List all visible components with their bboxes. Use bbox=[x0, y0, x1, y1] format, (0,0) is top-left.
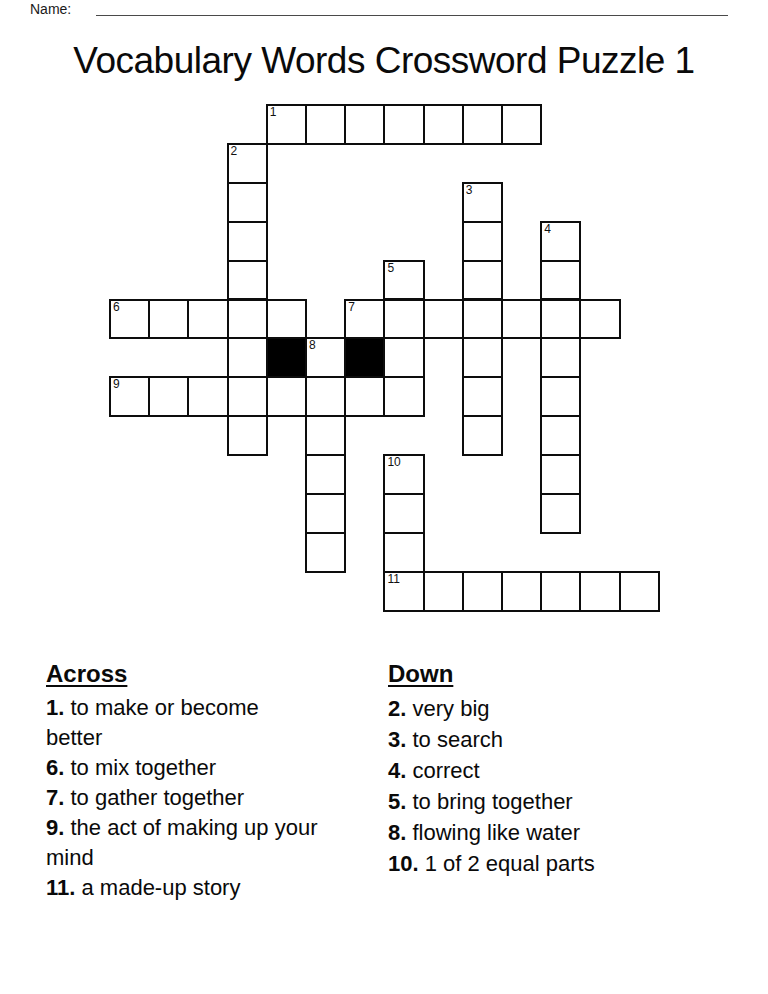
clue-item: 10. 1 of 2 equal parts bbox=[388, 848, 728, 879]
clue-item: 11. a made-up story bbox=[46, 873, 318, 903]
grid-cell[interactable] bbox=[423, 571, 464, 612]
grid-cell[interactable] bbox=[462, 376, 503, 417]
clue-item-number: 9. bbox=[46, 815, 64, 840]
clue-item: 7. to gather together bbox=[46, 783, 318, 813]
grid-cell[interactable] bbox=[501, 104, 542, 145]
grid-cell[interactable] bbox=[227, 337, 268, 378]
grid-cell[interactable] bbox=[579, 571, 620, 612]
grid-cell[interactable] bbox=[423, 299, 464, 340]
grid-cell[interactable] bbox=[540, 260, 581, 301]
grid-cell[interactable] bbox=[187, 299, 228, 340]
clue-number: 1 bbox=[270, 106, 277, 119]
grid-cell[interactable] bbox=[266, 299, 307, 340]
grid-cell[interactable] bbox=[540, 493, 581, 534]
grid-cell[interactable] bbox=[540, 415, 581, 456]
worksheet-page: Name: Vocabulary Words Crossword Puzzle … bbox=[0, 0, 768, 994]
grid-cell[interactable] bbox=[305, 532, 346, 573]
grid-cell[interactable] bbox=[540, 454, 581, 495]
black-cell bbox=[344, 337, 385, 378]
clue-item-number: 8. bbox=[388, 820, 406, 845]
clue-item: 5. to bring together bbox=[388, 786, 728, 817]
grid-cell[interactable] bbox=[227, 415, 268, 456]
grid-cell[interactable] bbox=[344, 376, 385, 417]
grid-cell[interactable] bbox=[462, 221, 503, 262]
clue-item: 1. to make or become better bbox=[46, 693, 318, 753]
grid-cell[interactable] bbox=[305, 493, 346, 534]
grid-cell[interactable] bbox=[227, 299, 268, 340]
down-heading: Down bbox=[388, 660, 728, 688]
clues-across-section: Across 1. to make or become better6. to … bbox=[46, 660, 318, 903]
clue-item-text: 1 of 2 equal parts bbox=[419, 851, 595, 876]
grid-cell[interactable] bbox=[187, 376, 228, 417]
across-clue-list: 1. to make or become better6. to mix tog… bbox=[46, 693, 318, 903]
clue-number: 8 bbox=[309, 339, 316, 352]
grid-cell[interactable] bbox=[423, 104, 464, 145]
grid-cell[interactable]: 2 bbox=[227, 143, 268, 184]
clue-item: 8. flowing like water bbox=[388, 817, 728, 848]
grid-cell[interactable] bbox=[305, 104, 346, 145]
clue-item: 6. to mix together bbox=[46, 753, 318, 783]
grid-cell[interactable] bbox=[383, 493, 424, 534]
clue-item-text: to bring together bbox=[406, 789, 572, 814]
grid-cell[interactable] bbox=[305, 376, 346, 417]
grid-cell[interactable] bbox=[148, 376, 189, 417]
grid-cell[interactable] bbox=[227, 260, 268, 301]
grid-cell[interactable] bbox=[227, 376, 268, 417]
grid-cell[interactable] bbox=[383, 337, 424, 378]
clue-number: 3 bbox=[466, 184, 473, 197]
clue-item-text: to mix together bbox=[64, 755, 216, 780]
clue-item-text: correct bbox=[406, 758, 479, 783]
clue-item-text: to search bbox=[406, 727, 503, 752]
grid-cell[interactable]: 9 bbox=[109, 376, 150, 417]
clue-item-text: the act of making up your mind bbox=[46, 815, 318, 870]
grid-cell[interactable] bbox=[305, 415, 346, 456]
clue-item-number: 7. bbox=[46, 785, 64, 810]
clue-item-text: to gather together bbox=[64, 785, 244, 810]
grid-cell[interactable] bbox=[344, 104, 385, 145]
grid-cell[interactable] bbox=[540, 337, 581, 378]
grid-cell[interactable] bbox=[305, 454, 346, 495]
grid-cell[interactable] bbox=[462, 337, 503, 378]
clue-item-text: very big bbox=[406, 696, 489, 721]
grid-cell[interactable] bbox=[462, 104, 503, 145]
clue-item-text: to make or become better bbox=[46, 695, 259, 750]
clue-item: 4. correct bbox=[388, 755, 728, 786]
clue-item-text: flowing like water bbox=[406, 820, 580, 845]
clue-number: 5 bbox=[387, 262, 394, 275]
clue-item-number: 5. bbox=[388, 789, 406, 814]
grid-cell[interactable]: 3 bbox=[462, 182, 503, 223]
grid-cell[interactable] bbox=[462, 260, 503, 301]
clue-item: 9. the act of making up your mind bbox=[46, 813, 318, 873]
grid-cell[interactable] bbox=[383, 104, 424, 145]
clue-item: 2. very big bbox=[388, 693, 728, 724]
grid-cell[interactable] bbox=[540, 376, 581, 417]
clue-item-number: 4. bbox=[388, 758, 406, 783]
grid-cell[interactable]: 1 bbox=[266, 104, 307, 145]
clue-number: 4 bbox=[544, 223, 551, 236]
down-clue-list: 2. very big3. to search4. correct5. to b… bbox=[388, 693, 728, 879]
grid-cell[interactable] bbox=[383, 299, 424, 340]
grid-cell[interactable] bbox=[462, 415, 503, 456]
grid-cell[interactable]: 5 bbox=[383, 260, 424, 301]
grid-cell[interactable] bbox=[501, 571, 542, 612]
clue-item-number: 6. bbox=[46, 755, 64, 780]
grid-cell[interactable]: 10 bbox=[383, 454, 424, 495]
clue-item-number: 3. bbox=[388, 727, 406, 752]
across-heading: Across bbox=[46, 660, 318, 688]
clues-down-section: Down 2. very big3. to search4. correct5.… bbox=[388, 660, 728, 879]
clue-item-number: 2. bbox=[388, 696, 406, 721]
clue-item-number: 11. bbox=[46, 875, 75, 900]
clue-item-text: a made-up story bbox=[75, 875, 240, 900]
clue-number: 7 bbox=[348, 301, 355, 314]
grid-cell[interactable] bbox=[383, 532, 424, 573]
grid-cell[interactable]: 11 bbox=[383, 571, 424, 612]
grid-cell[interactable]: 8 bbox=[305, 337, 346, 378]
clue-number: 11 bbox=[387, 573, 399, 586]
grid-cell[interactable]: 7 bbox=[344, 299, 385, 340]
black-cell bbox=[266, 337, 307, 378]
grid-cell[interactable] bbox=[383, 376, 424, 417]
clue-number: 10 bbox=[387, 456, 400, 469]
grid-cell[interactable]: 4 bbox=[540, 221, 581, 262]
grid-cell[interactable]: 6 bbox=[109, 299, 150, 340]
grid-cell[interactable] bbox=[619, 571, 660, 612]
clue-number: 9 bbox=[113, 378, 120, 391]
grid-cell[interactable] bbox=[227, 221, 268, 262]
clue-number: 2 bbox=[231, 145, 238, 158]
clue-item-number: 10. bbox=[388, 851, 419, 876]
grid-cell[interactable] bbox=[540, 299, 581, 340]
crossword-grid: 1234567891011 bbox=[0, 0, 768, 640]
grid-cell[interactable] bbox=[266, 376, 307, 417]
clue-item: 3. to search bbox=[388, 724, 728, 755]
grid-cell[interactable] bbox=[501, 299, 542, 340]
grid-cell[interactable] bbox=[579, 299, 620, 340]
grid-cell[interactable] bbox=[462, 571, 503, 612]
grid-cell[interactable] bbox=[462, 299, 503, 340]
clue-number: 6 bbox=[113, 301, 120, 314]
clue-item-number: 1. bbox=[46, 695, 64, 720]
grid-cell[interactable] bbox=[148, 299, 189, 340]
grid-cell[interactable] bbox=[227, 182, 268, 223]
grid-cell[interactable] bbox=[540, 571, 581, 612]
